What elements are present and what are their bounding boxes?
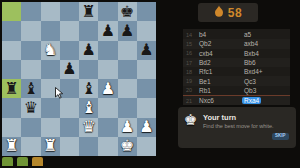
white-move[interactable]: Be1 <box>197 78 242 85</box>
square-a3[interactable] <box>2 98 21 117</box>
square-g5[interactable] <box>118 60 137 79</box>
square-b2[interactable] <box>21 118 40 137</box>
piece-black-rook[interactable]: ♜ <box>81 4 95 20</box>
move-row: 16cxb4Bxb4 <box>183 49 290 58</box>
piece-black-bishop[interactable]: ♝ <box>81 81 95 97</box>
square-b8[interactable] <box>21 2 40 21</box>
chess-board[interactable]: ♜♚♟♟♞♟♟♟♜♝♝♟♛♝♛♟♟♜♜♚ <box>2 2 156 156</box>
black-move[interactable]: axb4 <box>242 40 290 47</box>
move-row: 21Nxc6Rxa4 <box>183 95 290 105</box>
square-e5[interactable] <box>79 60 98 79</box>
piece-black-pawn[interactable]: ♟ <box>81 42 95 58</box>
piece-white-queen[interactable]: ♛ <box>81 119 95 135</box>
square-e6[interactable]: ♟ <box>79 41 98 60</box>
move-number: 20 <box>183 87 197 93</box>
square-e1[interactable] <box>79 137 98 156</box>
piece-black-pawn[interactable]: ♟ <box>139 42 153 58</box>
piece-white-pawn[interactable]: ♟ <box>101 81 115 97</box>
square-h5[interactable] <box>137 60 156 79</box>
move-row: 14b4a5 <box>183 30 290 39</box>
piece-black-pawn[interactable]: ♟ <box>101 23 115 39</box>
square-d6[interactable] <box>60 41 79 60</box>
mouse-cursor-icon <box>55 85 64 103</box>
move-row: 19Be1Qc3 <box>183 76 290 85</box>
move-list: 14b4a515Qb2axb416cxb4Bxb417Bd2Bb618Rfc1B… <box>183 29 290 105</box>
app-window: ♜♚♟♟♞♟♟♟♜♝♝♟♛♝♛♟♟♜♜♚ 58 14b4a515Qb2axb41… <box>0 0 300 168</box>
square-g6[interactable] <box>118 41 137 60</box>
square-f2[interactable] <box>98 118 117 137</box>
square-b4[interactable]: ♝ <box>21 79 40 98</box>
square-d5[interactable]: ♟ <box>60 60 79 79</box>
square-b5[interactable] <box>21 60 40 79</box>
square-h8[interactable] <box>137 2 156 21</box>
square-c1[interactable]: ♜ <box>41 137 60 156</box>
turn-subtitle: Find the best move for white. <box>203 123 274 129</box>
square-c2[interactable] <box>41 118 60 137</box>
move-row: 18Rfc1Bxd4+ <box>183 67 290 76</box>
square-d2[interactable] <box>60 118 79 137</box>
piece-white-king[interactable]: ♚ <box>120 138 134 154</box>
white-move[interactable]: Nxc6 <box>197 97 242 104</box>
result-chip-green[interactable] <box>17 157 28 166</box>
square-b7[interactable] <box>21 21 40 40</box>
white-move[interactable]: b4 <box>197 31 242 38</box>
white-move[interactable]: cxb4 <box>197 50 242 57</box>
square-h2[interactable]: ♟ <box>137 118 156 137</box>
result-chip-amber[interactable] <box>32 157 43 166</box>
square-a5[interactable] <box>2 60 21 79</box>
square-g3[interactable] <box>118 98 137 117</box>
square-c7[interactable] <box>41 21 60 40</box>
turn-title: Your turn <box>203 113 236 122</box>
square-a6[interactable] <box>2 41 21 60</box>
piece-white-pawn[interactable]: ♟ <box>120 119 134 135</box>
square-f1[interactable] <box>98 137 117 156</box>
streak-count: 58 <box>228 6 242 20</box>
move-row: 17Bd2Bb6 <box>183 58 290 67</box>
square-f4[interactable]: ♟ <box>98 79 117 98</box>
piece-black-rook[interactable]: ♜ <box>4 81 18 97</box>
white-move[interactable]: Bd2 <box>197 59 242 66</box>
square-h6[interactable]: ♟ <box>137 41 156 60</box>
square-e2[interactable]: ♛ <box>79 118 98 137</box>
square-h4[interactable] <box>137 79 156 98</box>
piece-white-rook[interactable]: ♜ <box>43 138 57 154</box>
move-row: 20Rb1Qb3 <box>183 86 290 95</box>
move-number: 15 <box>183 41 197 47</box>
square-g7[interactable]: ♟ <box>118 21 137 40</box>
square-a7[interactable] <box>2 21 21 40</box>
black-move[interactable]: Bxb4 <box>242 50 290 57</box>
square-b6[interactable] <box>21 41 40 60</box>
square-a1[interactable]: ♜ <box>2 137 21 156</box>
move-number: 18 <box>183 69 197 75</box>
square-g4[interactable] <box>118 79 137 98</box>
square-e7[interactable] <box>79 21 98 40</box>
piece-white-pawn[interactable]: ♟ <box>139 119 153 135</box>
move-number: 17 <box>183 60 197 66</box>
result-chip-green[interactable] <box>2 157 13 166</box>
move-number: 21 <box>183 98 197 104</box>
move-number: 16 <box>183 50 197 56</box>
black-move-selected[interactable]: Rxa4 <box>242 97 261 104</box>
square-b3[interactable]: ♛ <box>21 98 40 117</box>
square-e8[interactable]: ♜ <box>79 2 98 21</box>
square-a8[interactable] <box>2 2 21 21</box>
white-move[interactable]: Qb2 <box>197 40 242 47</box>
square-c5[interactable] <box>41 60 60 79</box>
square-e3[interactable]: ♝ <box>79 98 98 117</box>
piece-black-queen[interactable]: ♛ <box>24 100 38 116</box>
square-f8[interactable] <box>98 2 117 21</box>
square-b1[interactable] <box>21 137 40 156</box>
piece-white-rook[interactable]: ♜ <box>4 138 18 154</box>
streak-counter: 58 <box>198 3 258 22</box>
square-d1[interactable] <box>60 137 79 156</box>
square-f3[interactable] <box>98 98 117 117</box>
square-g8[interactable]: ♚ <box>118 2 137 21</box>
piece-black-king[interactable]: ♚ <box>120 4 134 20</box>
black-move[interactable]: a5 <box>242 31 290 38</box>
square-h7[interactable] <box>137 21 156 40</box>
square-c8[interactable] <box>41 2 60 21</box>
square-d8[interactable] <box>60 2 79 21</box>
black-move[interactable]: Qc3 <box>242 78 290 85</box>
move-row: 15Qb2axb4 <box>183 39 290 48</box>
white-king-icon: ♚ <box>184 111 197 129</box>
square-g1[interactable]: ♚ <box>118 137 137 156</box>
square-c6[interactable]: ♞ <box>41 41 60 60</box>
black-move[interactable]: Bxd4+ <box>242 68 290 75</box>
square-h3[interactable] <box>137 98 156 117</box>
white-move[interactable]: Rfc1 <box>197 68 242 75</box>
flame-icon <box>214 4 224 22</box>
square-d7[interactable] <box>60 21 79 40</box>
white-move[interactable]: Rb1 <box>197 87 242 94</box>
piece-black-bishop[interactable]: ♝ <box>24 81 38 97</box>
piece-white-bishop[interactable]: ♝ <box>81 100 95 116</box>
skip-button[interactable]: SKIP <box>272 133 289 140</box>
square-f6[interactable] <box>98 41 117 60</box>
piece-white-knight[interactable]: ♞ <box>43 42 57 58</box>
move-number: 14 <box>183 32 197 38</box>
piece-black-pawn[interactable]: ♟ <box>62 61 76 77</box>
square-g2[interactable]: ♟ <box>118 118 137 137</box>
square-f5[interactable] <box>98 60 117 79</box>
piece-black-pawn[interactable]: ♟ <box>120 23 134 39</box>
black-move[interactable]: Bb6 <box>242 59 290 66</box>
square-a2[interactable] <box>2 118 21 137</box>
square-h1[interactable] <box>137 137 156 156</box>
black-move[interactable]: Qb3 <box>242 87 290 94</box>
streak-result-chips <box>2 157 43 166</box>
square-e4[interactable]: ♝ <box>79 79 98 98</box>
square-f7[interactable]: ♟ <box>98 21 117 40</box>
move-number: 19 <box>183 78 197 84</box>
turn-panel: ♚ Your turn Find the best move for white… <box>178 107 296 148</box>
square-a4[interactable]: ♜ <box>2 79 21 98</box>
